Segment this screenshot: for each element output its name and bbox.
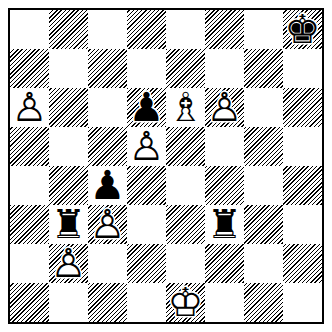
- square-d8[interactable]: [127, 10, 166, 49]
- piece-glyph: ♔: [166, 283, 205, 322]
- white-bishop-icon: ♝♗: [166, 88, 205, 127]
- square-d2[interactable]: [127, 244, 166, 283]
- piece-glyph: ♟: [127, 88, 166, 127]
- piece-glyph: ♚: [283, 10, 322, 49]
- square-f2[interactable]: [205, 244, 244, 283]
- piece-glyph: ♙: [88, 205, 127, 244]
- square-e6[interactable]: ♝♗: [166, 88, 205, 127]
- square-g6[interactable]: [244, 88, 283, 127]
- black-pawn-icon: ♟♟: [88, 166, 127, 205]
- square-b3[interactable]: ♜♜: [49, 205, 88, 244]
- black-rook-icon: ♜♜: [49, 205, 88, 244]
- square-g1[interactable]: [244, 283, 283, 322]
- square-d6[interactable]: ♟♟: [127, 88, 166, 127]
- square-d3[interactable]: [127, 205, 166, 244]
- square-e8[interactable]: [166, 10, 205, 49]
- square-e5[interactable]: [166, 127, 205, 166]
- chess-board-frame: ♚♚♟♙♟♟♝♗♟♙♟♙♟♟♜♜♟♙♜♜♟♙♚♔: [8, 8, 324, 324]
- square-a7[interactable]: [10, 49, 49, 88]
- piece-glyph: ♜: [205, 205, 244, 244]
- square-d7[interactable]: [127, 49, 166, 88]
- square-a2[interactable]: [10, 244, 49, 283]
- square-f8[interactable]: [205, 10, 244, 49]
- square-e1[interactable]: ♚♔: [166, 283, 205, 322]
- square-a6[interactable]: ♟♙: [10, 88, 49, 127]
- square-c5[interactable]: [88, 127, 127, 166]
- square-h2[interactable]: [283, 244, 322, 283]
- white-pawn-icon: ♟♙: [88, 205, 127, 244]
- black-pawn-icon: ♟♟: [127, 88, 166, 127]
- square-g8[interactable]: [244, 10, 283, 49]
- square-e4[interactable]: [166, 166, 205, 205]
- square-d5[interactable]: ♟♙: [127, 127, 166, 166]
- white-pawn-icon: ♟♙: [49, 244, 88, 283]
- square-e2[interactable]: [166, 244, 205, 283]
- square-b5[interactable]: [49, 127, 88, 166]
- square-g2[interactable]: [244, 244, 283, 283]
- piece-glyph: ♙: [205, 88, 244, 127]
- piece-glyph: ♗: [166, 88, 205, 127]
- square-h7[interactable]: [283, 49, 322, 88]
- square-h6[interactable]: [283, 88, 322, 127]
- square-f7[interactable]: [205, 49, 244, 88]
- square-a5[interactable]: [10, 127, 49, 166]
- square-g4[interactable]: [244, 166, 283, 205]
- square-h5[interactable]: [283, 127, 322, 166]
- square-h8[interactable]: ♚♚: [283, 10, 322, 49]
- square-b6[interactable]: [49, 88, 88, 127]
- white-pawn-icon: ♟♙: [10, 88, 49, 127]
- square-h4[interactable]: [283, 166, 322, 205]
- square-c6[interactable]: [88, 88, 127, 127]
- square-c1[interactable]: [88, 283, 127, 322]
- white-king-icon: ♚♔: [166, 283, 205, 322]
- square-h1[interactable]: [283, 283, 322, 322]
- square-b4[interactable]: [49, 166, 88, 205]
- piece-glyph: ♟: [88, 166, 127, 205]
- square-h3[interactable]: [283, 205, 322, 244]
- square-g7[interactable]: [244, 49, 283, 88]
- square-f3[interactable]: ♜♜: [205, 205, 244, 244]
- square-f6[interactable]: ♟♙: [205, 88, 244, 127]
- black-rook-icon: ♜♜: [205, 205, 244, 244]
- square-c4[interactable]: ♟♟: [88, 166, 127, 205]
- square-e3[interactable]: [166, 205, 205, 244]
- square-b2[interactable]: ♟♙: [49, 244, 88, 283]
- chess-board: ♚♚♟♙♟♟♝♗♟♙♟♙♟♟♜♜♟♙♜♜♟♙♚♔: [10, 10, 322, 322]
- square-f4[interactable]: [205, 166, 244, 205]
- piece-glyph: ♙: [49, 244, 88, 283]
- square-a3[interactable]: [10, 205, 49, 244]
- square-c3[interactable]: ♟♙: [88, 205, 127, 244]
- piece-glyph: ♙: [127, 127, 166, 166]
- square-f5[interactable]: [205, 127, 244, 166]
- white-pawn-icon: ♟♙: [127, 127, 166, 166]
- square-b1[interactable]: [49, 283, 88, 322]
- square-b7[interactable]: [49, 49, 88, 88]
- white-pawn-icon: ♟♙: [205, 88, 244, 127]
- black-king-icon: ♚♚: [283, 10, 322, 49]
- square-d1[interactable]: [127, 283, 166, 322]
- square-a1[interactable]: [10, 283, 49, 322]
- square-c8[interactable]: [88, 10, 127, 49]
- square-a4[interactable]: [10, 166, 49, 205]
- square-e7[interactable]: [166, 49, 205, 88]
- square-d4[interactable]: [127, 166, 166, 205]
- square-g3[interactable]: [244, 205, 283, 244]
- square-f1[interactable]: [205, 283, 244, 322]
- square-a8[interactable]: [10, 10, 49, 49]
- square-b8[interactable]: [49, 10, 88, 49]
- square-c2[interactable]: [88, 244, 127, 283]
- piece-glyph: ♜: [49, 205, 88, 244]
- piece-glyph: ♙: [10, 88, 49, 127]
- square-g5[interactable]: [244, 127, 283, 166]
- square-c7[interactable]: [88, 49, 127, 88]
